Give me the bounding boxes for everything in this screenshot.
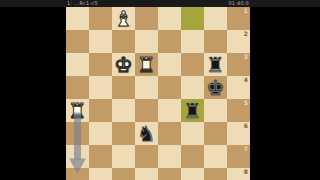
square-h2[interactable]	[66, 30, 89, 53]
square-b5[interactable]	[204, 99, 227, 122]
square-g7[interactable]	[89, 145, 112, 168]
square-c5[interactable]: ♜	[181, 99, 204, 122]
square-c7[interactable]	[181, 145, 204, 168]
square-a6[interactable]: 6	[227, 122, 250, 145]
square-f5[interactable]	[112, 99, 135, 122]
square-f8[interactable]	[112, 168, 135, 180]
square-a8[interactable]: 8	[227, 168, 250, 180]
square-d4[interactable]	[158, 76, 181, 99]
white-bishop-f1[interactable]: ♝	[112, 7, 135, 30]
square-h5[interactable]: ♜	[66, 99, 89, 122]
square-a5[interactable]: 5	[227, 99, 250, 122]
chess-app-screen: 1: ...Rc1-c5 01:40.0 ♝12♚♜♜3♚4♜♜5♞678	[0, 0, 320, 180]
square-h6[interactable]	[66, 122, 89, 145]
square-b6[interactable]	[204, 122, 227, 145]
square-e8[interactable]	[135, 168, 158, 180]
square-h4[interactable]	[66, 76, 89, 99]
rank-label-1: 1	[244, 7, 248, 14]
square-c4[interactable]	[181, 76, 204, 99]
white-rook-h5[interactable]: ♜	[66, 99, 89, 122]
square-e6[interactable]: ♞	[135, 122, 158, 145]
square-d6[interactable]	[158, 122, 181, 145]
square-d8[interactable]	[158, 168, 181, 180]
square-c3[interactable]	[181, 53, 204, 76]
square-a7[interactable]: 7	[227, 145, 250, 168]
square-g4[interactable]	[89, 76, 112, 99]
square-c2[interactable]	[181, 30, 204, 53]
square-d5[interactable]	[158, 99, 181, 122]
square-e4[interactable]	[135, 76, 158, 99]
white-rook-e3[interactable]: ♜	[135, 53, 158, 76]
square-g1[interactable]	[89, 7, 112, 30]
square-c6[interactable]	[181, 122, 204, 145]
square-d1[interactable]	[158, 7, 181, 30]
square-a4[interactable]: 4	[227, 76, 250, 99]
rank-label-4: 4	[244, 76, 248, 83]
square-b3[interactable]: ♜	[204, 53, 227, 76]
square-g6[interactable]	[89, 122, 112, 145]
chess-board[interactable]: ♝12♚♜♜3♚4♜♜5♞678	[66, 7, 250, 180]
square-e7[interactable]	[135, 145, 158, 168]
square-e5[interactable]	[135, 99, 158, 122]
status-bar: 1: ...Rc1-c5 01:40.0	[0, 0, 320, 7]
rank-label-5: 5	[244, 99, 248, 106]
square-b7[interactable]	[204, 145, 227, 168]
white-king-f3[interactable]: ♚	[112, 53, 135, 76]
black-king-b4[interactable]: ♚	[204, 76, 227, 99]
square-f3[interactable]: ♚	[112, 53, 135, 76]
square-f2[interactable]	[112, 30, 135, 53]
square-b8[interactable]	[204, 168, 227, 180]
square-h8[interactable]	[66, 168, 89, 180]
rank-label-8: 8	[244, 168, 248, 175]
square-f4[interactable]	[112, 76, 135, 99]
square-a3[interactable]: 3	[227, 53, 250, 76]
square-b4[interactable]: ♚	[204, 76, 227, 99]
last-move-text: 1: ...Rc1-c5	[67, 0, 98, 7]
square-g5[interactable]	[89, 99, 112, 122]
square-h7[interactable]	[66, 145, 89, 168]
black-knight-e6[interactable]: ♞	[135, 122, 158, 145]
square-h1[interactable]	[66, 7, 89, 30]
square-e3[interactable]: ♜	[135, 53, 158, 76]
rank-label-7: 7	[244, 145, 248, 152]
square-g8[interactable]	[89, 168, 112, 180]
square-g2[interactable]	[89, 30, 112, 53]
square-d7[interactable]	[158, 145, 181, 168]
rank-label-3: 3	[244, 53, 248, 60]
square-d3[interactable]	[158, 53, 181, 76]
rank-label-2: 2	[244, 30, 248, 37]
black-rook-b3[interactable]: ♜	[204, 53, 227, 76]
square-g3[interactable]	[89, 53, 112, 76]
square-h3[interactable]	[66, 53, 89, 76]
square-e2[interactable]	[135, 30, 158, 53]
rank-label-6: 6	[244, 122, 248, 129]
square-a1[interactable]: 1	[227, 7, 250, 30]
square-c8[interactable]	[181, 168, 204, 180]
square-f1[interactable]: ♝	[112, 7, 135, 30]
square-b2[interactable]	[204, 30, 227, 53]
square-d2[interactable]	[158, 30, 181, 53]
square-f7[interactable]	[112, 145, 135, 168]
square-f6[interactable]	[112, 122, 135, 145]
black-rook-c5[interactable]: ♜	[181, 99, 204, 122]
square-e1[interactable]	[135, 7, 158, 30]
square-b1[interactable]	[204, 7, 227, 30]
square-a2[interactable]: 2	[227, 30, 250, 53]
square-c1[interactable]	[181, 7, 204, 30]
game-clock: 01:40.0	[228, 0, 249, 7]
